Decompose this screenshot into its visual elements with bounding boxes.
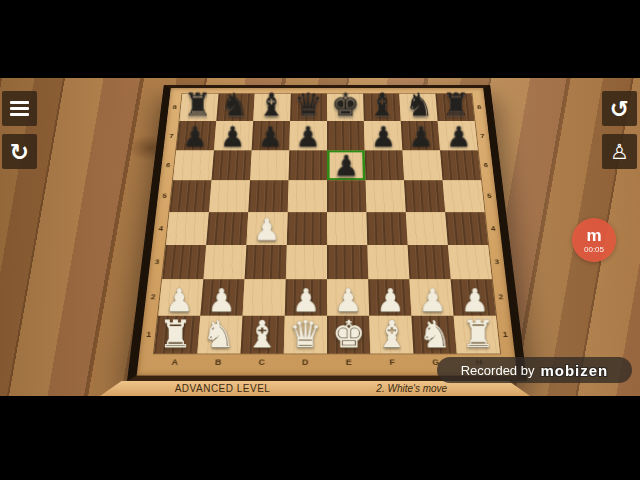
square-a1[interactable]: ♜ xyxy=(154,315,200,353)
square-a3[interactable] xyxy=(162,245,206,279)
square-b2[interactable]: ♟ xyxy=(200,279,244,315)
square-b7[interactable]: ♟ xyxy=(214,121,253,150)
square-d7[interactable]: ♟ xyxy=(289,121,327,150)
piece-white-bishop-f1[interactable]: ♝ xyxy=(375,316,408,353)
square-a2[interactable]: ♟ xyxy=(158,279,203,315)
mobizen-monogram-icon: m xyxy=(586,227,601,244)
file-label-d: D xyxy=(283,358,327,370)
square-f2[interactable]: ♟ xyxy=(368,279,411,315)
square-d1[interactable]: ♛ xyxy=(284,315,327,353)
letterbox-top xyxy=(0,0,640,78)
square-g2[interactable]: ♟ xyxy=(409,279,453,315)
square-g3[interactable] xyxy=(408,245,451,279)
square-d3[interactable] xyxy=(286,245,327,279)
recorded-by-badge: Recorded by mobizen xyxy=(437,357,632,383)
piece-black-pawn-f7[interactable]: ♟ xyxy=(371,122,396,150)
square-e6[interactable]: ♟ xyxy=(327,150,366,180)
square-f8[interactable]: ♝ xyxy=(363,94,401,122)
square-a4[interactable] xyxy=(166,212,209,245)
square-d8[interactable]: ♛ xyxy=(290,94,327,122)
piece-black-pawn-b7[interactable]: ♟ xyxy=(220,122,245,150)
square-e1[interactable]: ♚ xyxy=(327,315,370,353)
square-g8[interactable]: ♞ xyxy=(399,94,437,122)
piece-white-pawn-f2[interactable]: ♟ xyxy=(376,284,404,316)
square-e2[interactable]: ♟ xyxy=(327,279,369,315)
square-c1[interactable]: ♝ xyxy=(241,315,285,353)
square-a5[interactable] xyxy=(170,180,212,212)
square-c2[interactable] xyxy=(243,279,286,315)
file-label-b: B xyxy=(196,358,240,370)
square-b1[interactable]: ♞ xyxy=(197,315,242,353)
piece-white-bishop-c1[interactable]: ♝ xyxy=(245,316,278,353)
square-g6[interactable] xyxy=(402,150,442,180)
square-f4[interactable] xyxy=(366,212,407,245)
undo-move-button[interactable]: ↺ xyxy=(602,91,637,126)
file-label-e: E xyxy=(327,358,371,370)
chess-board: 87654321 87654321 ♜♞♝♛♚♝♞♜♟♟♟♟♟♟♟♟♟♟♟♟♟♟… xyxy=(127,85,527,381)
square-d5[interactable] xyxy=(288,180,327,212)
piece-black-knight-b8[interactable]: ♞ xyxy=(220,89,249,121)
square-b3[interactable] xyxy=(203,245,246,279)
piece-white-pawn-c4[interactable]: ♟ xyxy=(253,215,280,245)
square-c3[interactable] xyxy=(245,245,287,279)
square-d4[interactable] xyxy=(287,212,327,245)
move-indicator: 2. White's move xyxy=(376,383,447,394)
square-g5[interactable] xyxy=(404,180,445,212)
piece-white-rook-h1[interactable]: ♜ xyxy=(462,316,495,353)
square-h2[interactable]: ♟ xyxy=(451,279,496,315)
rotate-board-button[interactable]: ↻ xyxy=(2,134,37,169)
square-f7[interactable]: ♟ xyxy=(364,121,402,150)
file-label-a: A xyxy=(152,358,197,370)
piece-black-pawn-h7[interactable]: ♟ xyxy=(446,122,471,150)
pawn-player-icon: ♙ xyxy=(610,140,629,164)
square-c5[interactable] xyxy=(248,180,288,212)
piece-black-rook-a8[interactable]: ♜ xyxy=(184,89,213,121)
mobizen-logo: mobizen xyxy=(540,362,608,379)
square-c6[interactable] xyxy=(250,150,289,180)
board-squares: ♜♞♝♛♚♝♞♜♟♟♟♟♟♟♟♟♟♟♟♟♟♟♟♟♜♞♝♛♚♝♞♜ xyxy=(154,94,500,354)
square-h5[interactable] xyxy=(443,180,485,212)
board-frame: 87654321 87654321 ♜♞♝♛♚♝♞♜♟♟♟♟♟♟♟♟♟♟♟♟♟♟… xyxy=(127,85,527,381)
square-e4[interactable] xyxy=(327,212,367,245)
square-h3[interactable] xyxy=(448,245,492,279)
piece-black-pawn-a7[interactable]: ♟ xyxy=(182,122,207,150)
square-h1[interactable]: ♜ xyxy=(454,315,500,353)
square-h6[interactable] xyxy=(440,150,481,180)
piece-white-pawn-d2[interactable]: ♟ xyxy=(292,284,320,316)
square-a6[interactable] xyxy=(173,150,214,180)
app-screen: 87654321 87654321 ♜♞♝♛♚♝♞♜♟♟♟♟♟♟♟♟♟♟♟♟♟♟… xyxy=(0,0,640,480)
square-f5[interactable] xyxy=(366,180,406,212)
piece-black-pawn-d7[interactable]: ♟ xyxy=(295,122,320,150)
square-c4[interactable]: ♟ xyxy=(246,212,287,245)
square-h4[interactable] xyxy=(445,212,488,245)
square-h8[interactable]: ♜ xyxy=(435,94,474,122)
game-area: 87654321 87654321 ♜♞♝♛♚♝♞♜♟♟♟♟♟♟♟♟♟♟♟♟♟♟… xyxy=(0,78,640,396)
piece-black-rook-h8[interactable]: ♜ xyxy=(442,89,471,121)
square-d6[interactable] xyxy=(288,150,327,180)
mobizen-recorder-widget[interactable]: m 00:05 xyxy=(572,218,616,262)
piece-white-knight-b1[interactable]: ♞ xyxy=(202,316,235,353)
square-b5[interactable] xyxy=(209,180,250,212)
undo-icon: ↺ xyxy=(610,96,629,122)
piece-white-pawn-h2[interactable]: ♟ xyxy=(461,284,489,316)
piece-white-pawn-e2[interactable]: ♟ xyxy=(334,284,362,316)
square-a8[interactable]: ♜ xyxy=(179,94,218,122)
hamburger-icon xyxy=(10,107,29,110)
piece-black-knight-g8[interactable]: ♞ xyxy=(405,89,434,121)
piece-black-pawn-g7[interactable]: ♟ xyxy=(409,122,434,150)
file-label-c: C xyxy=(240,358,284,370)
letterbox-bottom xyxy=(0,396,640,480)
square-e7[interactable] xyxy=(327,121,365,150)
square-g1[interactable]: ♞ xyxy=(411,315,456,353)
piece-black-queen-d8[interactable]: ♛ xyxy=(294,89,323,121)
square-e3[interactable] xyxy=(327,245,368,279)
player-mode-button[interactable]: ♙ xyxy=(602,134,637,169)
square-e5[interactable] xyxy=(327,180,366,212)
square-g7[interactable]: ♟ xyxy=(401,121,440,150)
piece-black-bishop-f8[interactable]: ♝ xyxy=(368,89,397,121)
level-label: ADVANCED LEVEL xyxy=(175,383,271,394)
piece-black-bishop-c8[interactable]: ♝ xyxy=(257,89,286,121)
square-e8[interactable]: ♚ xyxy=(327,94,364,122)
piece-white-queen-d1[interactable]: ♛ xyxy=(289,316,322,353)
square-h7[interactable]: ♟ xyxy=(438,121,478,150)
square-c8[interactable]: ♝ xyxy=(253,94,291,122)
piece-black-pawn-e6[interactable]: ♟ xyxy=(333,152,359,181)
status-bar: ADVANCED LEVEL 2. White's move xyxy=(100,381,530,396)
piece-white-pawn-b2[interactable]: ♟ xyxy=(207,284,235,316)
piece-black-king-e8[interactable]: ♚ xyxy=(331,89,360,121)
piece-black-pawn-c7[interactable]: ♟ xyxy=(258,122,283,150)
square-b8[interactable]: ♞ xyxy=(216,94,254,122)
piece-white-pawn-a2[interactable]: ♟ xyxy=(165,284,193,316)
rotate-icon: ↻ xyxy=(10,139,29,165)
square-b4[interactable] xyxy=(206,212,248,245)
record-timer: 00:05 xyxy=(584,246,604,254)
square-d2[interactable]: ♟ xyxy=(285,279,327,315)
square-g4[interactable] xyxy=(406,212,448,245)
recorded-by-text: Recorded by xyxy=(461,363,535,378)
square-a7[interactable]: ♟ xyxy=(176,121,216,150)
piece-white-knight-g1[interactable]: ♞ xyxy=(418,316,451,353)
piece-white-pawn-g2[interactable]: ♟ xyxy=(418,284,446,316)
square-f6[interactable] xyxy=(365,150,404,180)
menu-button[interactable] xyxy=(2,91,37,126)
piece-white-king-e1[interactable]: ♚ xyxy=(332,316,365,353)
square-f3[interactable] xyxy=(367,245,409,279)
piece-white-rook-a1[interactable]: ♜ xyxy=(159,316,192,353)
file-label-f: F xyxy=(370,358,414,370)
square-c7[interactable]: ♟ xyxy=(252,121,290,150)
square-f1[interactable]: ♝ xyxy=(369,315,413,353)
square-b6[interactable] xyxy=(211,150,251,180)
